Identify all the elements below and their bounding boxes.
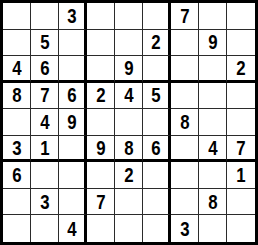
- cell-r7c6[interactable]: [143, 162, 171, 189]
- cell-r6c5[interactable]: 8: [115, 136, 143, 163]
- cell-r4c9[interactable]: [227, 83, 255, 110]
- cell-r6c7[interactable]: [171, 136, 199, 163]
- cell-r3c6[interactable]: [143, 56, 171, 83]
- cell-r8c9[interactable]: [227, 189, 255, 216]
- cell-r2c5[interactable]: [115, 30, 143, 57]
- cell-r5c8[interactable]: [199, 109, 227, 136]
- cell-r7c1[interactable]: 6: [3, 162, 31, 189]
- sudoku-board: 375294692876245498319864762137843: [0, 0, 258, 245]
- cell-r1c9[interactable]: [227, 3, 255, 30]
- cell-r5c1[interactable]: [3, 109, 31, 136]
- cell-r1c5[interactable]: [115, 3, 143, 30]
- cell-r4c3[interactable]: 6: [59, 83, 87, 110]
- cell-r9c7[interactable]: 3: [171, 215, 199, 242]
- cell-r3c2[interactable]: 6: [31, 56, 59, 83]
- cell-r3c9[interactable]: 2: [227, 56, 255, 83]
- cell-digit: 4: [67, 218, 76, 240]
- cell-r7c3[interactable]: [59, 162, 87, 189]
- cell-digit: 4: [124, 84, 133, 106]
- cell-digit: 3: [12, 137, 21, 159]
- cell-r6c1[interactable]: 3: [3, 136, 31, 163]
- cell-r9c2[interactable]: [31, 215, 59, 242]
- cell-r8c5[interactable]: [115, 189, 143, 216]
- cell-digit: 2: [151, 31, 160, 53]
- cell-r5c3[interactable]: 9: [59, 109, 87, 136]
- cell-r4c8[interactable]: [199, 83, 227, 110]
- cell-r2c1[interactable]: [3, 30, 31, 57]
- cell-r4c2[interactable]: 7: [31, 83, 59, 110]
- cell-r6c6[interactable]: 6: [143, 136, 171, 163]
- cell-r6c8[interactable]: 4: [199, 136, 227, 163]
- cell-r2c3[interactable]: [59, 30, 87, 57]
- cell-digit: 8: [124, 137, 133, 159]
- cell-r2c4[interactable]: [87, 30, 115, 57]
- cell-r2c2[interactable]: 5: [31, 30, 59, 57]
- cell-r4c6[interactable]: 5: [143, 83, 171, 110]
- cell-r9c9[interactable]: [227, 215, 255, 242]
- cell-r3c8[interactable]: [199, 56, 227, 83]
- cell-r8c6[interactable]: [143, 189, 171, 216]
- cell-r8c8[interactable]: 8: [199, 189, 227, 216]
- cell-digit: 9: [96, 137, 105, 159]
- cell-r4c4[interactable]: 2: [87, 83, 115, 110]
- cell-r4c1[interactable]: 8: [3, 83, 31, 110]
- cell-digit: 4: [40, 111, 49, 133]
- cell-digit: 3: [67, 5, 76, 27]
- cell-r1c3[interactable]: 3: [59, 3, 87, 30]
- cell-r1c7[interactable]: 7: [171, 3, 199, 30]
- cell-r5c4[interactable]: [87, 109, 115, 136]
- cell-digit: 5: [40, 31, 49, 53]
- cell-r9c5[interactable]: [115, 215, 143, 242]
- cell-r5c5[interactable]: [115, 109, 143, 136]
- cell-r3c1[interactable]: 4: [3, 56, 31, 83]
- cell-r9c4[interactable]: [87, 215, 115, 242]
- cell-digit: 7: [236, 137, 245, 159]
- cell-r9c3[interactable]: 4: [59, 215, 87, 242]
- cell-r5c9[interactable]: [227, 109, 255, 136]
- cell-r9c6[interactable]: [143, 215, 171, 242]
- cell-digit: 7: [96, 191, 105, 213]
- cell-digit: 4: [12, 57, 21, 79]
- cell-digit: 8: [180, 111, 189, 133]
- cell-r8c3[interactable]: [59, 189, 87, 216]
- cell-r5c6[interactable]: [143, 109, 171, 136]
- cell-r2c6[interactable]: 2: [143, 30, 171, 57]
- cell-r2c7[interactable]: [171, 30, 199, 57]
- cell-r8c7[interactable]: [171, 189, 199, 216]
- cell-r3c7[interactable]: [171, 56, 199, 83]
- cell-r1c4[interactable]: [87, 3, 115, 30]
- cell-r7c9[interactable]: 1: [227, 162, 255, 189]
- cell-digit: 9: [124, 57, 133, 79]
- cell-digit: 2: [124, 164, 133, 186]
- cell-digit: 9: [208, 31, 217, 53]
- cell-r7c8[interactable]: [199, 162, 227, 189]
- cell-r6c4[interactable]: 9: [87, 136, 115, 163]
- cell-digit: 6: [151, 137, 160, 159]
- cell-r4c5[interactable]: 4: [115, 83, 143, 110]
- cell-digit: 7: [180, 5, 189, 27]
- cell-r7c2[interactable]: [31, 162, 59, 189]
- cell-r9c8[interactable]: [199, 215, 227, 242]
- cell-r1c2[interactable]: [31, 3, 59, 30]
- cell-digit: 8: [208, 191, 217, 213]
- cell-r6c3[interactable]: [59, 136, 87, 163]
- cell-digit: 3: [180, 218, 189, 240]
- cell-r1c8[interactable]: [199, 3, 227, 30]
- cell-digit: 9: [67, 111, 76, 133]
- cell-digit: 5: [151, 84, 160, 106]
- cell-digit: 6: [67, 84, 76, 106]
- cell-r8c4[interactable]: 7: [87, 189, 115, 216]
- cell-r4c7[interactable]: [171, 83, 199, 110]
- cell-r2c9[interactable]: [227, 30, 255, 57]
- cell-digit: 8: [12, 84, 21, 106]
- cell-r7c5[interactable]: 2: [115, 162, 143, 189]
- cell-r6c2[interactable]: 1: [31, 136, 59, 163]
- cell-r8c1[interactable]: [3, 189, 31, 216]
- cell-r5c7[interactable]: 8: [171, 109, 199, 136]
- cell-digit: 2: [96, 84, 105, 106]
- cell-digit: 1: [236, 164, 245, 186]
- cell-r3c4[interactable]: [87, 56, 115, 83]
- cell-r2c8[interactable]: 9: [199, 30, 227, 57]
- cell-digit: 7: [40, 84, 49, 106]
- cell-r1c1[interactable]: [3, 3, 31, 30]
- cell-r5c2[interactable]: 4: [31, 109, 59, 136]
- cell-digit: 1: [40, 137, 49, 159]
- cell-r8c2[interactable]: 3: [31, 189, 59, 216]
- cell-r6c9[interactable]: 7: [227, 136, 255, 163]
- cell-r7c7[interactable]: [171, 162, 199, 189]
- cell-digit: 6: [12, 164, 21, 186]
- cell-digit: 6: [40, 57, 49, 79]
- cell-r1c6[interactable]: [143, 3, 171, 30]
- cell-r7c4[interactable]: [87, 162, 115, 189]
- cell-digit: 2: [236, 57, 245, 79]
- cell-r9c1[interactable]: [3, 215, 31, 242]
- cell-r3c5[interactable]: 9: [115, 56, 143, 83]
- cell-r3c3[interactable]: [59, 56, 87, 83]
- cell-digit: 3: [40, 191, 49, 213]
- cell-digit: 4: [208, 137, 217, 159]
